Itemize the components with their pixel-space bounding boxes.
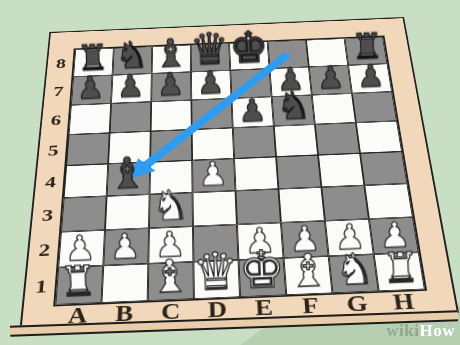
square-c7[interactable]: ♟ (151, 72, 191, 102)
watermark-how: How (420, 321, 456, 340)
white-bishop[interactable]: ♝ (149, 253, 191, 300)
square-a7[interactable]: ♟ (71, 75, 112, 105)
square-b4[interactable]: ♝ (107, 162, 151, 196)
black-pawn[interactable]: ♟ (116, 71, 145, 103)
square-g7[interactable]: ♟ (309, 65, 352, 95)
board-grid: ♜♞♝♛♚♜♟♟♟♟♟♟♟♟♞♝♟♞♟♟♟♟♟♟♟♜♝♛♚♝♞♜ (55, 37, 425, 305)
illustration-canvas: 87654321 ABCDEFGH ♜♞♝♛♚♜♟♟♟♟♟♟♟♟♞♝♟♞♟♟♟♟… (0, 0, 460, 345)
square-d7[interactable]: ♟ (191, 70, 231, 100)
square-b7[interactable]: ♟ (111, 73, 152, 103)
white-rook[interactable]: ♜ (381, 247, 420, 290)
watermark-wiki: wiki (386, 321, 419, 340)
square-b3[interactable] (105, 194, 150, 230)
white-rook[interactable]: ♜ (59, 261, 98, 304)
square-c6[interactable] (151, 100, 192, 131)
black-pawn[interactable]: ♟ (196, 67, 225, 99)
black-pawn[interactable]: ♟ (357, 61, 386, 93)
white-queen[interactable]: ♛ (192, 245, 240, 298)
square-e8[interactable]: ♚ (229, 42, 269, 71)
square-a5[interactable] (66, 133, 109, 166)
black-pawn[interactable]: ♟ (317, 62, 346, 94)
square-h6[interactable] (352, 92, 397, 123)
square-e4[interactable] (234, 157, 278, 191)
square-g4[interactable] (318, 153, 364, 187)
rank-label-5: 5 (38, 135, 69, 167)
white-king[interactable]: ♚ (238, 243, 286, 296)
black-bishop[interactable]: ♝ (108, 152, 147, 196)
square-d4[interactable]: ♟ (192, 159, 235, 193)
square-g5[interactable] (315, 123, 360, 155)
board-perspective-wrapper: 87654321 ABCDEFGH ♜♞♝♛♚♜♟♟♟♟♟♟♟♟♞♝♟♞♟♟♟♟… (1, 0, 459, 331)
square-c3[interactable]: ♞ (149, 193, 193, 229)
white-pawn[interactable]: ♟ (198, 157, 229, 191)
square-h4[interactable] (360, 151, 407, 185)
wikihow-watermark: wikiHow (386, 321, 455, 341)
square-h5[interactable] (356, 121, 402, 153)
square-d1[interactable]: ♛ (193, 260, 240, 299)
black-knight[interactable]: ♞ (275, 85, 311, 125)
black-pawn[interactable]: ♟ (156, 69, 185, 101)
square-g6[interactable] (312, 93, 356, 124)
square-e6[interactable]: ♟ (232, 97, 274, 128)
square-f6[interactable]: ♞ (272, 95, 315, 126)
square-a4[interactable] (64, 164, 109, 198)
square-e1[interactable]: ♚ (238, 258, 286, 297)
square-c1[interactable]: ♝ (148, 262, 194, 301)
chess-board: 87654321 ABCDEFGH ♜♞♝♛♚♜♟♟♟♟♟♟♟♟♞♝♟♞♟♟♟♟… (19, 17, 459, 331)
square-h1[interactable]: ♜ (374, 252, 425, 291)
black-king[interactable]: ♚ (229, 25, 270, 70)
rank-label-7: 7 (44, 77, 74, 106)
square-h7[interactable]: ♟ (348, 64, 392, 94)
square-c5[interactable] (150, 129, 192, 162)
white-knight[interactable]: ♞ (151, 184, 190, 227)
square-e5[interactable] (233, 126, 276, 158)
square-b1[interactable] (101, 264, 148, 303)
square-b2[interactable]: ♟ (103, 228, 149, 265)
white-knight[interactable]: ♞ (334, 247, 374, 292)
square-f5[interactable] (274, 124, 318, 156)
square-a6[interactable] (69, 103, 111, 134)
square-d6[interactable] (191, 98, 232, 129)
square-d3[interactable] (193, 191, 237, 227)
rank-label-2: 2 (28, 232, 61, 269)
square-f1[interactable]: ♝ (284, 256, 333, 295)
rank-label-3: 3 (31, 198, 64, 233)
black-pawn[interactable]: ♟ (76, 72, 105, 104)
rank-label-8: 8 (46, 50, 75, 78)
square-a3[interactable] (61, 196, 107, 232)
square-g1[interactable]: ♞ (329, 254, 379, 293)
rank-label-4: 4 (34, 166, 66, 200)
white-bishop[interactable]: ♝ (287, 247, 329, 294)
square-a1[interactable]: ♜ (55, 266, 103, 305)
rank-label-1: 1 (24, 267, 58, 306)
rank-label-6: 6 (41, 105, 71, 136)
square-f4[interactable] (276, 155, 321, 189)
square-b6[interactable] (110, 102, 152, 133)
black-pawn[interactable]: ♟ (238, 94, 267, 127)
white-pawn[interactable]: ♟ (109, 228, 141, 264)
